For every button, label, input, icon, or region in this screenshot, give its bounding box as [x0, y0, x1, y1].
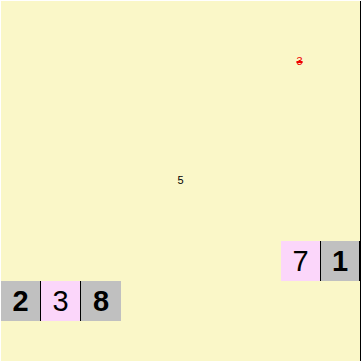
entered-digit: 7: [292, 247, 308, 276]
given-digit: 1: [332, 247, 348, 276]
cell-r9c6[interactable]: 1: [321, 241, 361, 281]
pencil-mark-3-struck: 3: [240, 2, 359, 121]
cell-r9c5[interactable]: 7: [281, 241, 321, 281]
entered-digit: 3: [52, 287, 68, 316]
given-digit: 2: [12, 287, 28, 316]
sudoku-board: 6389159427129379379485667548623913482617…: [0, 0, 362, 362]
cell-r9c9[interactable]: 8: [81, 281, 121, 321]
pencil-mark-5: 5: [121, 121, 240, 240]
given-digit: 8: [93, 287, 109, 316]
cell-r9c7[interactable]: 2: [1, 281, 41, 321]
cell-r9c8[interactable]: 3: [41, 281, 81, 321]
